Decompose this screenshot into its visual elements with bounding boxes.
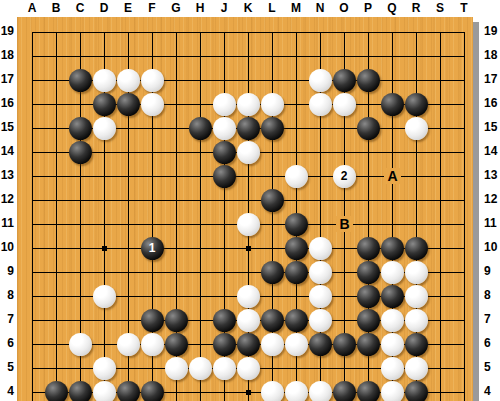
- stone-white: [405, 285, 428, 308]
- stone-black: [213, 309, 236, 332]
- star-point-K10: [246, 246, 251, 251]
- coord-label-top-C: C: [71, 1, 89, 16]
- stone-black: [69, 381, 92, 401]
- coord-label-top-K: K: [239, 1, 257, 16]
- stone-white: [213, 117, 236, 140]
- stone-white: [309, 261, 332, 284]
- coord-label-right-8: 8: [484, 288, 500, 303]
- stone-white: [93, 285, 116, 308]
- stone-black: [69, 117, 92, 140]
- coord-label-top-F: F: [143, 1, 161, 16]
- stone-black: [405, 381, 428, 401]
- stone-white: [309, 381, 332, 401]
- coord-label-right-12: 12: [484, 192, 500, 207]
- stone-black: [237, 333, 260, 356]
- stone-black: [333, 333, 356, 356]
- stone-black: [45, 381, 68, 401]
- stone-white: [309, 93, 332, 116]
- stone-black: [285, 309, 308, 332]
- stone-black: [213, 165, 236, 188]
- stone-white: [285, 165, 308, 188]
- stone-black: [261, 261, 284, 284]
- stone-black: [165, 333, 188, 356]
- stone-black: [357, 261, 380, 284]
- stone-black: [165, 309, 188, 332]
- board-letter-B: B: [336, 216, 353, 232]
- stone-white: [237, 309, 260, 332]
- grid-line-vertical: [200, 32, 201, 401]
- grid-line-horizontal: [32, 56, 465, 57]
- star-point-K4: [246, 390, 251, 395]
- grid-line-horizontal: [32, 200, 465, 201]
- coord-label-left-4: 4: [0, 384, 14, 399]
- stone-black: [381, 237, 404, 260]
- grid-line-vertical: [464, 32, 465, 401]
- coord-label-top-O: O: [335, 1, 353, 16]
- stone-black: [357, 309, 380, 332]
- stone-black: [357, 333, 380, 356]
- stone-white: [261, 93, 284, 116]
- stone-white: [309, 309, 332, 332]
- coord-label-left-19: 19: [0, 24, 14, 39]
- board-edge-shadow: [473, 22, 479, 401]
- stone-white: [237, 213, 260, 236]
- stone-black: [141, 381, 164, 401]
- coord-label-right-15: 15: [484, 120, 500, 135]
- stone-white: [93, 381, 116, 401]
- stone-black: [309, 333, 332, 356]
- stone-black: [405, 237, 428, 260]
- grid-line-vertical: [440, 32, 441, 401]
- stone-black: [285, 237, 308, 260]
- stone-white: [405, 357, 428, 380]
- coord-label-left-13: 13: [0, 168, 14, 183]
- coord-label-left-12: 12: [0, 192, 14, 207]
- stone-black: [117, 93, 140, 116]
- stone-white: [381, 261, 404, 284]
- stone-black: [93, 93, 116, 116]
- stone-white: [381, 381, 404, 401]
- coord-label-left-11: 11: [0, 216, 14, 231]
- stone-white: [189, 357, 212, 380]
- coord-label-left-17: 17: [0, 72, 14, 87]
- stone-black: [357, 117, 380, 140]
- stone-white: [405, 117, 428, 140]
- coord-label-left-18: 18: [0, 48, 14, 63]
- coord-label-right-10: 10: [484, 240, 500, 255]
- grid-line-horizontal: [32, 32, 465, 33]
- stone-black: [357, 285, 380, 308]
- stone-white: [261, 333, 284, 356]
- coord-label-top-A: A: [23, 1, 41, 16]
- coord-label-top-H: H: [191, 1, 209, 16]
- coord-label-top-P: P: [359, 1, 377, 16]
- go-diagram-screenshot: ABCDEFGHJKLMNOPQRST191918181717161615151…: [0, 0, 500, 401]
- stone-white: [405, 261, 428, 284]
- coord-label-right-16: 16: [484, 96, 500, 111]
- coord-label-top-Q: Q: [383, 1, 401, 16]
- stone-white: [213, 357, 236, 380]
- coord-label-left-14: 14: [0, 144, 14, 159]
- coord-label-top-N: N: [311, 1, 329, 16]
- coord-label-right-7: 7: [484, 312, 500, 327]
- stone-black: [189, 117, 212, 140]
- stone-white: [285, 381, 308, 401]
- stone-black: [333, 69, 356, 92]
- stone-white: [141, 69, 164, 92]
- coord-label-top-E: E: [119, 1, 137, 16]
- stone-black: [357, 237, 380, 260]
- stone-black-move-1: 1: [141, 237, 164, 260]
- coord-label-top-D: D: [95, 1, 113, 16]
- stone-white: [93, 117, 116, 140]
- stone-black: [357, 381, 380, 401]
- stone-white: [237, 285, 260, 308]
- coord-label-left-5: 5: [0, 360, 14, 375]
- coord-label-top-M: M: [287, 1, 305, 16]
- stone-black: [285, 261, 308, 284]
- stone-black: [117, 381, 140, 401]
- stone-black: [213, 141, 236, 164]
- stone-white: [405, 309, 428, 332]
- stone-black: [261, 117, 284, 140]
- stone-black: [381, 285, 404, 308]
- coord-label-left-16: 16: [0, 96, 14, 111]
- stone-white: [93, 69, 116, 92]
- stone-white: [309, 237, 332, 260]
- stone-white: [69, 333, 92, 356]
- stone-black: [69, 69, 92, 92]
- coord-label-right-14: 14: [484, 144, 500, 159]
- coord-label-right-17: 17: [484, 72, 500, 87]
- stone-white: [285, 333, 308, 356]
- coord-label-left-9: 9: [0, 264, 14, 279]
- stone-white: [117, 69, 140, 92]
- stone-white: [237, 93, 260, 116]
- stone-black: [237, 117, 260, 140]
- stone-black: [405, 333, 428, 356]
- stone-white: [381, 333, 404, 356]
- stone-white: [237, 357, 260, 380]
- stone-white: [93, 357, 116, 380]
- stone-black: [357, 69, 380, 92]
- coord-label-top-L: L: [263, 1, 281, 16]
- stone-white: [309, 69, 332, 92]
- stone-black: [69, 141, 92, 164]
- coord-label-top-B: B: [47, 1, 65, 16]
- stone-white: [117, 333, 140, 356]
- coord-label-left-15: 15: [0, 120, 14, 135]
- grid-line-vertical: [32, 32, 33, 401]
- coord-label-right-11: 11: [484, 216, 500, 231]
- stone-white: [213, 93, 236, 116]
- stone-black: [261, 189, 284, 212]
- stone-white: [381, 309, 404, 332]
- coord-label-top-G: G: [167, 1, 185, 16]
- coord-label-top-R: R: [407, 1, 425, 16]
- coord-label-right-4: 4: [484, 384, 500, 399]
- stone-white-move-2: 2: [333, 165, 356, 188]
- coord-label-left-8: 8: [0, 288, 14, 303]
- stone-white: [333, 93, 356, 116]
- star-point-D10: [102, 246, 107, 251]
- stone-black: [213, 333, 236, 356]
- stone-white: [141, 93, 164, 116]
- coord-label-right-19: 19: [484, 24, 500, 39]
- stone-black: [285, 213, 308, 236]
- stone-black: [333, 381, 356, 401]
- coord-label-right-6: 6: [484, 336, 500, 351]
- stone-black: [141, 309, 164, 332]
- coord-label-right-18: 18: [484, 48, 500, 63]
- stone-white: [309, 285, 332, 308]
- stone-white: [237, 141, 260, 164]
- stone-white: [141, 333, 164, 356]
- coord-label-left-10: 10: [0, 240, 14, 255]
- stone-white: [261, 381, 284, 401]
- coord-label-top-T: T: [455, 1, 473, 16]
- coord-label-left-7: 7: [0, 312, 14, 327]
- coord-label-top-J: J: [215, 1, 233, 16]
- grid-line-vertical: [56, 32, 57, 401]
- coord-label-top-S: S: [431, 1, 449, 16]
- coord-label-right-13: 13: [484, 168, 500, 183]
- stone-black: [381, 93, 404, 116]
- stone-white: [165, 357, 188, 380]
- board-letter-A: A: [384, 168, 401, 184]
- coord-label-right-5: 5: [484, 360, 500, 375]
- coord-label-left-6: 6: [0, 336, 14, 351]
- stone-black: [261, 309, 284, 332]
- coord-label-right-9: 9: [484, 264, 500, 279]
- stone-white: [381, 357, 404, 380]
- stone-black: [405, 93, 428, 116]
